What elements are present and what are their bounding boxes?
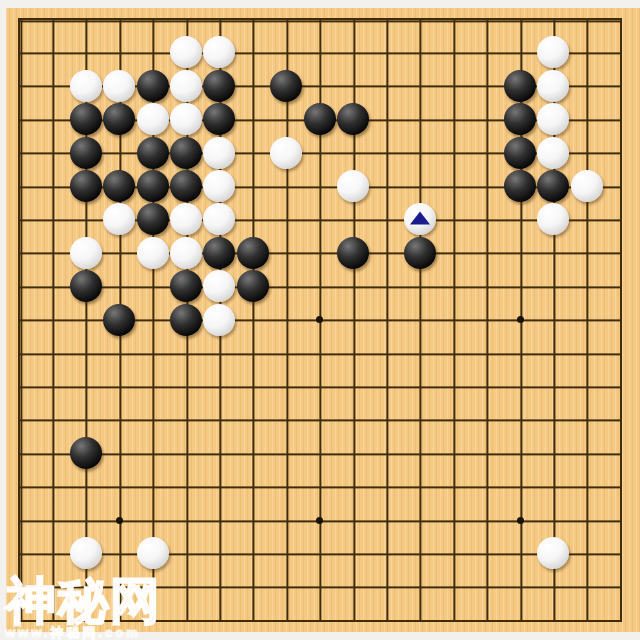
- black-stone: [103, 170, 135, 202]
- black-stone: [137, 137, 169, 169]
- white-stone: [404, 203, 436, 235]
- white-stone: [537, 103, 569, 135]
- white-stone: [203, 36, 235, 68]
- black-stone: [504, 137, 536, 169]
- black-stone: [203, 70, 235, 102]
- last-move-triangle-marker: [410, 212, 430, 225]
- black-stone: [137, 170, 169, 202]
- black-stone: [504, 70, 536, 102]
- black-stone: [137, 70, 169, 102]
- white-stone: [103, 203, 135, 235]
- white-stone: [571, 170, 603, 202]
- black-stone: [203, 237, 235, 269]
- black-stone: [170, 137, 202, 169]
- black-stone: [70, 103, 102, 135]
- white-stone: [103, 70, 135, 102]
- white-stone: [137, 103, 169, 135]
- black-stone: [70, 270, 102, 302]
- white-stone: [170, 70, 202, 102]
- black-stone: [170, 304, 202, 336]
- white-stone: [170, 237, 202, 269]
- board-intersections[interactable]: [2, 2, 636, 636]
- black-stone: [237, 237, 269, 269]
- black-stone: [70, 137, 102, 169]
- white-stone: [203, 203, 235, 235]
- black-stone: [203, 103, 235, 135]
- white-stone: [203, 304, 235, 336]
- white-stone: [137, 537, 169, 569]
- white-stone: [270, 137, 302, 169]
- white-stone: [70, 237, 102, 269]
- white-stone: [137, 237, 169, 269]
- black-stone: [270, 70, 302, 102]
- white-stone: [170, 103, 202, 135]
- white-stone: [203, 137, 235, 169]
- white-stone: [537, 537, 569, 569]
- white-stone: [203, 270, 235, 302]
- watermark-url: www.神秘网.com: [5, 624, 141, 640]
- black-stone: [103, 304, 135, 336]
- black-stone: [337, 103, 369, 135]
- black-stone: [70, 437, 102, 469]
- black-stone: [103, 103, 135, 135]
- white-stone: [537, 137, 569, 169]
- black-stone: [170, 170, 202, 202]
- white-stone: [170, 203, 202, 235]
- black-stone: [337, 237, 369, 269]
- white-stone: [337, 170, 369, 202]
- black-stone: [304, 103, 336, 135]
- black-stone: [504, 103, 536, 135]
- black-stone: [404, 237, 436, 269]
- white-stone: [70, 70, 102, 102]
- black-stone: [70, 170, 102, 202]
- black-stone: [504, 170, 536, 202]
- white-stone: [203, 170, 235, 202]
- black-stone: [170, 270, 202, 302]
- black-stone: [137, 203, 169, 235]
- white-stone: [170, 36, 202, 68]
- white-stone: [537, 36, 569, 68]
- watermark-text: 神秘网: [6, 576, 162, 626]
- black-stone: [237, 270, 269, 302]
- black-stone: [537, 170, 569, 202]
- white-stone: [70, 537, 102, 569]
- go-board-screenshot: 神秘网 www.神秘网.com: [0, 0, 640, 640]
- white-stone: [537, 203, 569, 235]
- white-stone: [537, 70, 569, 102]
